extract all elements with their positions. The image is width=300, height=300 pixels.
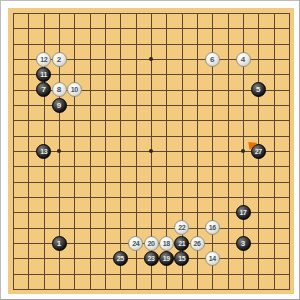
stone-white-12[interactable]: 12 [36, 52, 51, 67]
move-number: 13 [40, 145, 47, 158]
stone-black-25[interactable]: 25 [113, 251, 128, 266]
stone-black-3[interactable]: 3 [236, 236, 251, 251]
stone-black-1[interactable]: 1 [52, 236, 67, 251]
move-number: 16 [209, 221, 216, 234]
move-number: 14 [209, 252, 216, 265]
star-point [149, 149, 153, 153]
move-number: 9 [57, 99, 61, 112]
move-number: 20 [148, 237, 155, 250]
move-number: 6 [210, 53, 214, 66]
stone-white-8[interactable]: 8 [52, 82, 67, 97]
stones-layer: 1234567891011121314151617181920212223242… [8, 8, 294, 294]
move-number: 12 [40, 53, 47, 66]
move-number: 3 [241, 237, 245, 250]
stone-white-14[interactable]: 14 [205, 251, 220, 266]
stone-white-26[interactable]: 26 [190, 236, 205, 251]
star-point [149, 57, 153, 61]
stone-white-18[interactable]: 18 [159, 236, 174, 251]
move-number: 19 [163, 252, 170, 265]
stone-black-11[interactable]: 11 [36, 67, 51, 82]
move-number: 11 [40, 68, 47, 81]
stone-white-16[interactable]: 16 [205, 220, 220, 235]
stone-black-23[interactable]: 23 [144, 251, 159, 266]
move-number: 15 [178, 252, 185, 265]
star-point [241, 149, 245, 153]
move-number: 2 [57, 53, 61, 66]
move-number: 7 [41, 83, 45, 96]
move-number: 10 [71, 83, 78, 96]
move-number: 1 [57, 237, 61, 250]
stone-white-20[interactable]: 20 [144, 236, 159, 251]
move-number: 21 [178, 237, 185, 250]
stone-black-9[interactable]: 9 [52, 98, 67, 113]
move-number: 26 [194, 237, 201, 250]
stone-white-10[interactable]: 10 [67, 82, 82, 97]
diagram-frame: 1234567891011121314151617181920212223242… [0, 0, 300, 300]
stone-white-6[interactable]: 6 [205, 52, 220, 67]
move-number: 27 [255, 145, 262, 158]
go-board[interactable]: 1234567891011121314151617181920212223242… [8, 8, 294, 294]
stone-black-13[interactable]: 13 [36, 144, 51, 159]
move-number: 8 [57, 83, 61, 96]
stone-black-17[interactable]: 17 [236, 205, 251, 220]
move-number: 4 [241, 53, 245, 66]
stone-white-4[interactable]: 4 [236, 52, 251, 67]
stone-white-24[interactable]: 24 [128, 236, 143, 251]
stone-black-7[interactable]: 7 [36, 82, 51, 97]
stone-white-22[interactable]: 22 [174, 220, 189, 235]
move-number: 17 [240, 206, 247, 219]
stone-black-5[interactable]: 5 [251, 82, 266, 97]
stone-black-19[interactable]: 19 [159, 251, 174, 266]
move-number: 18 [163, 237, 170, 250]
move-number: 5 [256, 83, 260, 96]
move-number: 25 [117, 252, 124, 265]
stone-white-2[interactable]: 2 [52, 52, 67, 67]
stone-black-15[interactable]: 15 [174, 251, 189, 266]
move-number: 22 [178, 221, 185, 234]
move-number: 24 [132, 237, 139, 250]
star-point [57, 149, 61, 153]
move-number: 23 [148, 252, 155, 265]
stone-black-21[interactable]: 21 [174, 236, 189, 251]
